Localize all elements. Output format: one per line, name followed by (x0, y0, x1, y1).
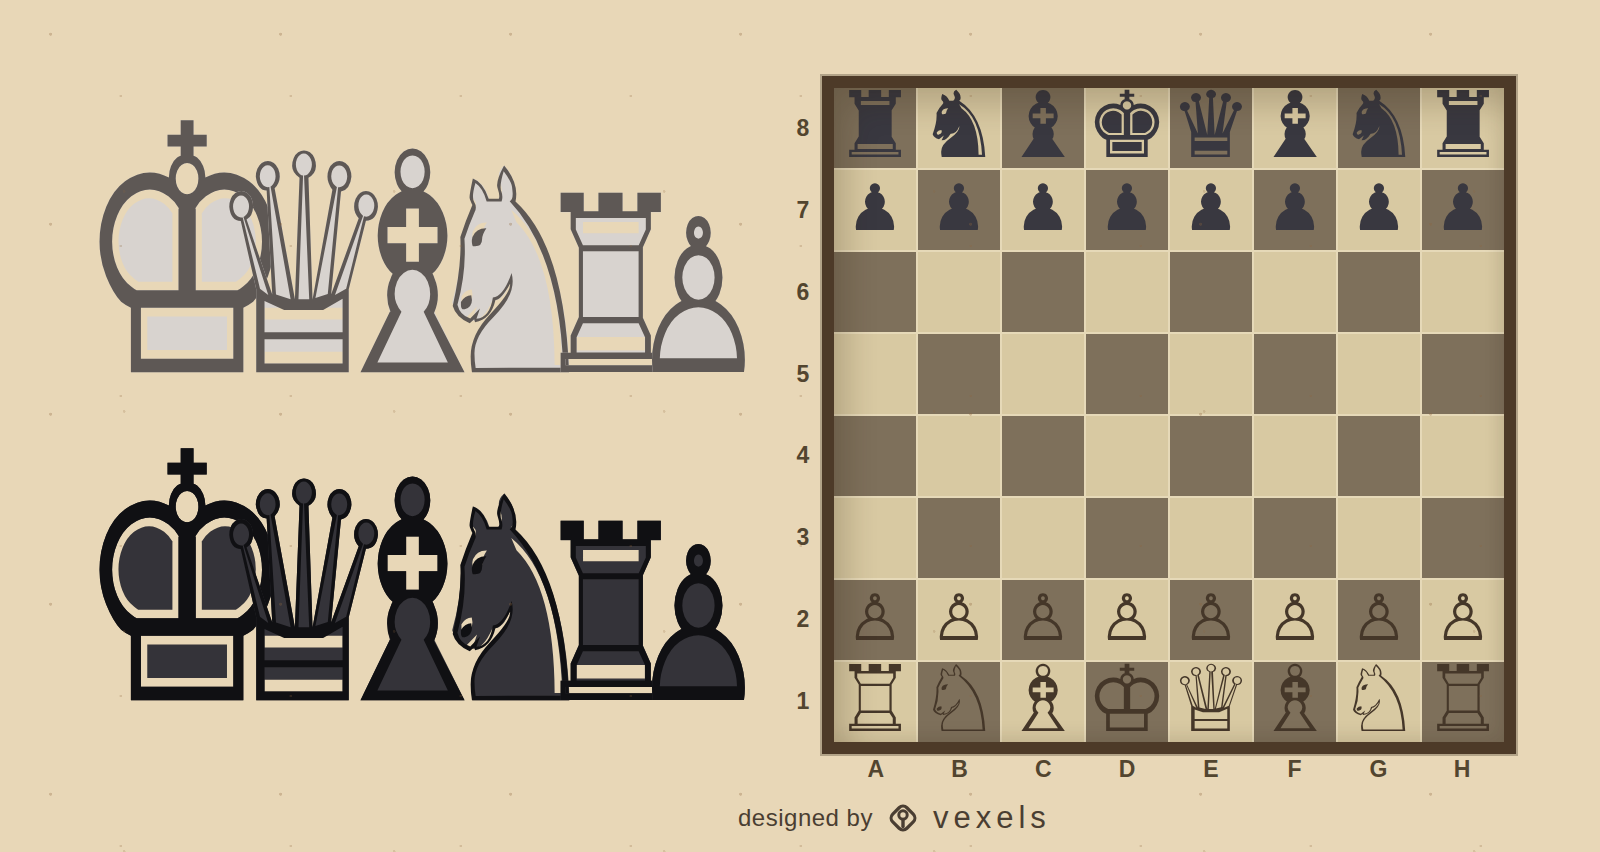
square-e1[interactable]: ♕ (1170, 662, 1252, 742)
piece-white-bishop: ♗ (1254, 654, 1336, 746)
board-grid: ♜♞♝♚♛♝♞♜♟♟♟♟♟♟♟♟♙♙♙♙♙♙♙♙♖♘♗♔♕♗♘♖ (834, 88, 1504, 742)
square-g4[interactable] (1338, 416, 1420, 496)
rank-label-7: 7 (786, 170, 820, 252)
square-c5[interactable] (1002, 334, 1084, 414)
chess-board: ♜♞♝♚♛♝♞♜♟♟♟♟♟♟♟♟♙♙♙♙♙♙♙♙♖♘♗♔♕♗♘♖ (822, 76, 1516, 754)
square-a7[interactable]: ♟ (834, 170, 916, 250)
square-d3[interactable] (1086, 498, 1168, 578)
square-c1[interactable]: ♗ (1002, 662, 1084, 742)
square-f8[interactable]: ♝ (1254, 88, 1336, 168)
square-b3[interactable] (918, 498, 1000, 578)
piece-white-pawn: ♙ (930, 586, 987, 650)
square-e7[interactable]: ♟ (1170, 170, 1252, 250)
vexels-logo-icon (883, 798, 923, 838)
rank-label-6: 6 (786, 252, 820, 334)
white-king-illustration: ♚♔ (75, 81, 205, 426)
white-pawn-illustration: ♟♙ (629, 191, 713, 405)
file-labels: ABCDEFGH (834, 752, 1504, 786)
square-a6[interactable] (834, 252, 916, 332)
square-h8[interactable]: ♜ (1422, 88, 1504, 168)
square-e3[interactable] (1170, 498, 1252, 578)
white-queen-illustration: ♛♕ (205, 116, 313, 420)
file-label-a: A (834, 752, 918, 786)
branding-brand: vexels (933, 800, 1051, 836)
square-d7[interactable]: ♟ (1086, 170, 1168, 250)
file-label-f: F (1253, 752, 1337, 786)
piece-white-pawn: ♙ (1266, 586, 1323, 650)
square-g8[interactable]: ♞ (1338, 88, 1420, 168)
white-bishop-illustration: ♝♗ (313, 113, 419, 419)
square-d8[interactable]: ♚ (1086, 88, 1168, 168)
piece-black-pawn: ♟ (1350, 176, 1407, 240)
square-h4[interactable] (1422, 416, 1504, 496)
piece-black-pawn: ♟ (846, 176, 903, 240)
black-piece-set: ♚♔♛♕♝♗♞♘♜♖♟♙ (75, 409, 713, 754)
rank-label-2: 2 (786, 579, 820, 661)
piece-black-pawn: ♟ (930, 176, 987, 240)
square-d4[interactable] (1086, 416, 1168, 496)
piece-black-knight: ♞ (918, 80, 1000, 172)
square-h1[interactable]: ♖ (1422, 662, 1504, 742)
square-b7[interactable]: ♟ (918, 170, 1000, 250)
square-b6[interactable] (918, 252, 1000, 332)
square-e8[interactable]: ♛ (1170, 88, 1252, 168)
square-g6[interactable] (1338, 252, 1420, 332)
black-queen-illustration: ♛♕ (205, 444, 313, 748)
file-label-e: E (1169, 752, 1253, 786)
square-a8[interactable]: ♜ (834, 88, 916, 168)
black-rook-illustration: ♜♖ (531, 493, 629, 739)
piece-black-queen: ♛ (1170, 80, 1252, 172)
square-b8[interactable]: ♞ (918, 88, 1000, 168)
square-h7[interactable]: ♟ (1422, 170, 1504, 250)
piece-white-pawn: ♙ (1014, 586, 1071, 650)
square-b5[interactable] (918, 334, 1000, 414)
square-g3[interactable] (1338, 498, 1420, 578)
square-d1[interactable]: ♔ (1086, 662, 1168, 742)
piece-white-rook: ♖ (834, 654, 916, 746)
square-d5[interactable] (1086, 334, 1168, 414)
piece-white-queen: ♕ (1170, 654, 1252, 746)
piece-black-rook: ♜ (1422, 80, 1504, 172)
square-b1[interactable]: ♘ (918, 662, 1000, 742)
square-f6[interactable] (1254, 252, 1336, 332)
square-f7[interactable]: ♟ (1254, 170, 1336, 250)
piece-black-pawn: ♟ (1014, 176, 1071, 240)
piece-white-rook: ♖ (1422, 654, 1504, 746)
file-label-d: D (1085, 752, 1169, 786)
square-f4[interactable] (1254, 416, 1336, 496)
white-knight-illustration: ♞♘ (419, 133, 531, 416)
square-h6[interactable] (1422, 252, 1504, 332)
square-a3[interactable] (834, 498, 916, 578)
square-h5[interactable] (1422, 334, 1504, 414)
square-c6[interactable] (1002, 252, 1084, 332)
rank-label-3: 3 (786, 497, 820, 579)
square-h3[interactable] (1422, 498, 1504, 578)
rank-label-8: 8 (786, 88, 820, 170)
square-a4[interactable] (834, 416, 916, 496)
piece-white-pawn: ♙ (846, 586, 903, 650)
piece-black-pawn: ♟ (1434, 176, 1491, 240)
square-a1[interactable]: ♖ (834, 662, 916, 742)
white-rook-illustration: ♜♖ (531, 165, 629, 411)
black-knight-illustration: ♞♘ (419, 461, 531, 744)
piece-black-bishop: ♝ (1002, 80, 1084, 172)
piece-black-pawn: ♟ (1098, 176, 1155, 240)
square-e6[interactable] (1170, 252, 1252, 332)
piece-black-bishop: ♝ (1254, 80, 1336, 172)
square-e4[interactable] (1170, 416, 1252, 496)
square-c3[interactable] (1002, 498, 1084, 578)
square-f5[interactable] (1254, 334, 1336, 414)
square-g1[interactable]: ♘ (1338, 662, 1420, 742)
rank-label-5: 5 (786, 333, 820, 415)
square-g7[interactable]: ♟ (1338, 170, 1420, 250)
piece-black-king: ♚ (1086, 80, 1168, 172)
piece-black-pawn: ♟ (1266, 176, 1323, 240)
file-label-g: G (1337, 752, 1421, 786)
black-king-illustration: ♚♔ (75, 409, 205, 754)
square-b4[interactable] (918, 416, 1000, 496)
piece-black-knight: ♞ (1338, 80, 1420, 172)
square-f1[interactable]: ♗ (1254, 662, 1336, 742)
piece-white-pawn: ♙ (1350, 586, 1407, 650)
branding-prefix: designed by (738, 804, 873, 832)
piece-white-pawn: ♙ (1434, 586, 1491, 650)
square-c8[interactable]: ♝ (1002, 88, 1084, 168)
black-pawn-illustration: ♟♙ (629, 519, 713, 733)
square-d6[interactable] (1086, 252, 1168, 332)
piece-white-pawn: ♙ (1098, 586, 1155, 650)
square-c4[interactable] (1002, 416, 1084, 496)
square-f3[interactable] (1254, 498, 1336, 578)
piece-white-king: ♔ (1086, 654, 1168, 746)
piece-white-bishop: ♗ (1002, 654, 1084, 746)
branding: designed by vexels (738, 797, 1051, 839)
piece-black-rook: ♜ (834, 80, 916, 172)
rank-labels: 87654321 (786, 88, 820, 742)
piece-white-pawn: ♙ (1182, 586, 1239, 650)
square-g5[interactable] (1338, 334, 1420, 414)
rank-label-4: 4 (786, 415, 820, 497)
file-label-h: H (1420, 752, 1504, 786)
piece-white-knight: ♘ (918, 654, 1000, 746)
piece-white-knight: ♘ (1338, 654, 1420, 746)
white-piece-set: ♚♔♛♕♝♗♞♘♜♖♟♙ (75, 81, 713, 426)
piece-black-pawn: ♟ (1182, 176, 1239, 240)
file-label-c: C (1002, 752, 1086, 786)
square-c7[interactable]: ♟ (1002, 170, 1084, 250)
black-bishop-illustration: ♝♗ (313, 441, 419, 747)
file-label-b: B (918, 752, 1002, 786)
rank-label-1: 1 (786, 660, 820, 742)
square-a5[interactable] (834, 334, 916, 414)
square-e5[interactable] (1170, 334, 1252, 414)
